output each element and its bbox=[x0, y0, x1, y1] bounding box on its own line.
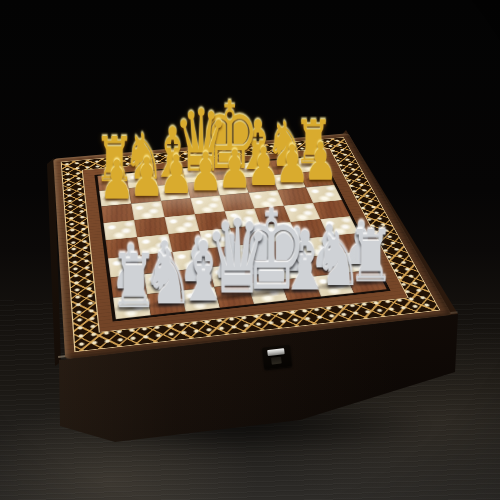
chess-set-photo: ♜♞♝♛♚♝♞♜♟♟♟♟♟♟♟♟♟♟♟♟♟♟♟♟♜♞♝♛♚♝♞♜ bbox=[0, 0, 500, 500]
piece-silver-rook[interactable]: ♜ bbox=[76, 248, 190, 317]
square-a1[interactable]: ♜ bbox=[113, 294, 151, 319]
latch-plate[interactable] bbox=[262, 345, 292, 370]
board-squares: ♜♞♝♛♚♝♞♜♟♟♟♟♟♟♟♟♟♟♟♟♟♟♟♟♜♞♝♛♚♝♞♜ bbox=[97, 156, 386, 319]
latch-clasp-icon[interactable] bbox=[267, 348, 285, 356]
square-a7[interactable]: ♟ bbox=[99, 188, 131, 206]
latch-tab bbox=[271, 357, 282, 365]
piece-gold-pawn[interactable]: ♟ bbox=[68, 155, 165, 205]
